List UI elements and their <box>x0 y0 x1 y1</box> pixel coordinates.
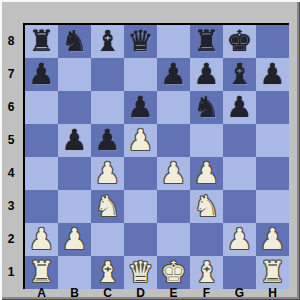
square-e2[interactable] <box>157 223 190 256</box>
square-e7[interactable]: ♟ <box>157 58 190 91</box>
square-b8[interactable]: ♞ <box>58 25 91 58</box>
square-f8[interactable]: ♜ <box>190 25 223 58</box>
square-c2[interactable] <box>91 223 124 256</box>
square-h7[interactable]: ♟ <box>256 58 289 91</box>
white-rook-piece: ♜ <box>29 256 55 289</box>
square-g7[interactable]: ♝ <box>223 58 256 91</box>
square-b4[interactable] <box>58 157 91 190</box>
file-label-h: H <box>256 288 289 300</box>
file-label-g: G <box>223 288 256 300</box>
white-pawn-piece: ♟ <box>95 157 121 190</box>
square-e8[interactable] <box>157 25 190 58</box>
square-h5[interactable] <box>256 124 289 157</box>
square-h3[interactable] <box>256 190 289 223</box>
square-e3[interactable] <box>157 190 190 223</box>
square-f3[interactable]: ♞ <box>190 190 223 223</box>
board: ♜♞♝♛♜♚♟♟♟♝♟♟♞♟♟♟♟♟♟♟♞♞♟♟♟♟♜♝♛♚♝♜ <box>23 23 289 289</box>
black-pawn-piece: ♟ <box>227 91 253 124</box>
square-d7[interactable] <box>124 58 157 91</box>
square-a8[interactable]: ♜ <box>25 25 58 58</box>
white-queen-piece: ♛ <box>128 256 154 289</box>
square-f1[interactable]: ♝ <box>190 256 223 289</box>
rank-label-1: 1 <box>0 256 22 289</box>
black-pawn-piece: ♟ <box>128 91 154 124</box>
square-h8[interactable] <box>256 25 289 58</box>
square-a4[interactable] <box>25 157 58 190</box>
file-label-d: D <box>124 288 157 300</box>
rank-label-3: 3 <box>0 190 22 223</box>
white-knight-piece: ♞ <box>194 190 220 223</box>
square-e5[interactable] <box>157 124 190 157</box>
rank-label-5: 5 <box>0 124 22 157</box>
white-pawn-piece: ♟ <box>161 157 187 190</box>
black-rook-piece: ♜ <box>194 25 220 58</box>
square-c5[interactable]: ♟ <box>91 124 124 157</box>
square-g8[interactable]: ♚ <box>223 25 256 58</box>
square-b7[interactable] <box>58 58 91 91</box>
square-a5[interactable] <box>25 124 58 157</box>
black-pawn-piece: ♟ <box>260 58 286 91</box>
square-c4[interactable]: ♟ <box>91 157 124 190</box>
square-f6[interactable]: ♞ <box>190 91 223 124</box>
white-pawn-piece: ♟ <box>260 223 286 256</box>
square-h6[interactable] <box>256 91 289 124</box>
square-d2[interactable] <box>124 223 157 256</box>
square-g4[interactable] <box>223 157 256 190</box>
chess-diagram-frame: ♜♞♝♛♜♚♟♟♟♝♟♟♞♟♟♟♟♟♟♟♞♞♟♟♟♟♜♝♛♚♝♜ 8765432… <box>0 0 300 300</box>
square-c7[interactable] <box>91 58 124 91</box>
square-f7[interactable]: ♟ <box>190 58 223 91</box>
black-rook-piece: ♜ <box>29 25 55 58</box>
square-f4[interactable]: ♟ <box>190 157 223 190</box>
square-h1[interactable]: ♜ <box>256 256 289 289</box>
black-bishop-piece: ♝ <box>95 25 121 58</box>
square-a2[interactable]: ♟ <box>25 223 58 256</box>
square-a6[interactable] <box>25 91 58 124</box>
black-pawn-piece: ♟ <box>194 58 220 91</box>
file-label-b: B <box>58 288 91 300</box>
square-g6[interactable]: ♟ <box>223 91 256 124</box>
black-pawn-piece: ♟ <box>161 58 187 91</box>
square-d5[interactable]: ♟ <box>124 124 157 157</box>
white-pawn-piece: ♟ <box>128 124 154 157</box>
white-bishop-piece: ♝ <box>194 256 220 289</box>
black-queen-piece: ♛ <box>128 25 154 58</box>
file-label-a: A <box>25 288 58 300</box>
square-h2[interactable]: ♟ <box>256 223 289 256</box>
square-c3[interactable]: ♞ <box>91 190 124 223</box>
square-g3[interactable] <box>223 190 256 223</box>
rank-label-8: 8 <box>0 25 22 58</box>
black-king-piece: ♚ <box>227 25 253 58</box>
black-pawn-piece: ♟ <box>29 58 55 91</box>
rank-label-2: 2 <box>0 223 22 256</box>
square-b1[interactable] <box>58 256 91 289</box>
square-e1[interactable]: ♚ <box>157 256 190 289</box>
white-knight-piece: ♞ <box>95 190 121 223</box>
square-g5[interactable] <box>223 124 256 157</box>
square-c1[interactable]: ♝ <box>91 256 124 289</box>
square-g2[interactable]: ♟ <box>223 223 256 256</box>
black-bishop-piece: ♝ <box>227 58 253 91</box>
black-pawn-piece: ♟ <box>95 124 121 157</box>
rank-label-6: 6 <box>0 91 22 124</box>
white-king-piece: ♚ <box>161 256 187 289</box>
black-knight-piece: ♞ <box>62 25 88 58</box>
square-h4[interactable] <box>256 157 289 190</box>
square-f5[interactable] <box>190 124 223 157</box>
square-c6[interactable] <box>91 91 124 124</box>
square-e6[interactable] <box>157 91 190 124</box>
square-f2[interactable] <box>190 223 223 256</box>
square-a7[interactable]: ♟ <box>25 58 58 91</box>
square-b5[interactable]: ♟ <box>58 124 91 157</box>
file-label-e: E <box>157 288 190 300</box>
white-pawn-piece: ♟ <box>227 223 253 256</box>
square-d1[interactable]: ♛ <box>124 256 157 289</box>
square-d8[interactable]: ♛ <box>124 25 157 58</box>
white-pawn-piece: ♟ <box>29 223 55 256</box>
square-e4[interactable]: ♟ <box>157 157 190 190</box>
square-a3[interactable] <box>25 190 58 223</box>
square-g1[interactable] <box>223 256 256 289</box>
square-d6[interactable]: ♟ <box>124 91 157 124</box>
white-rook-piece: ♜ <box>260 256 286 289</box>
white-bishop-piece: ♝ <box>95 256 121 289</box>
file-label-c: C <box>91 288 124 300</box>
black-pawn-piece: ♟ <box>62 124 88 157</box>
square-a1[interactable]: ♜ <box>25 256 58 289</box>
square-b6[interactable] <box>58 91 91 124</box>
square-b2[interactable]: ♟ <box>58 223 91 256</box>
rank-label-4: 4 <box>0 157 22 190</box>
file-label-f: F <box>190 288 223 300</box>
square-b3[interactable] <box>58 190 91 223</box>
square-c8[interactable]: ♝ <box>91 25 124 58</box>
square-d3[interactable] <box>124 190 157 223</box>
white-pawn-piece: ♟ <box>194 157 220 190</box>
black-knight-piece: ♞ <box>194 91 220 124</box>
white-pawn-piece: ♟ <box>62 223 88 256</box>
square-d4[interactable] <box>124 157 157 190</box>
rank-label-7: 7 <box>0 58 22 91</box>
